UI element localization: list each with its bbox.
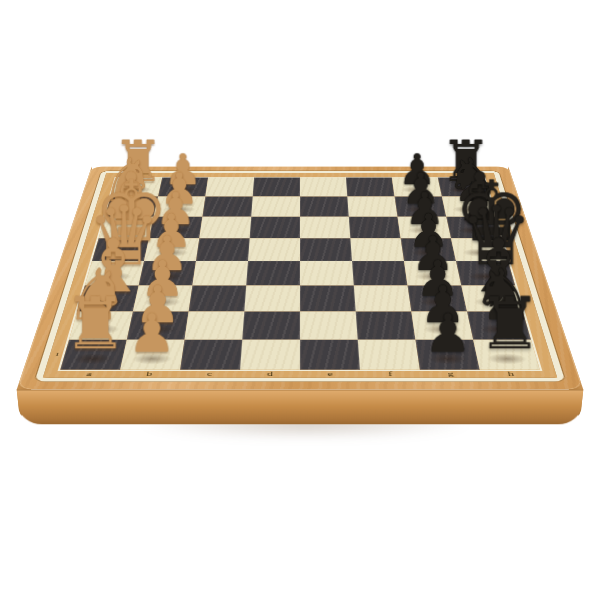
square-c4[interactable] bbox=[192, 261, 248, 285]
chess-set-photo: ♜♟♟♜♞♟♟♞♝♟♟♝♚♟♟♚♛♟♟♛♝♟♟♝♞♟♟♞♜♟♟♜ abcdefg… bbox=[0, 0, 600, 600]
square-d8[interactable] bbox=[253, 178, 300, 197]
square-e5[interactable] bbox=[300, 238, 352, 261]
square-d2[interactable] bbox=[242, 312, 300, 340]
square-e8[interactable] bbox=[300, 178, 347, 197]
square-c2[interactable] bbox=[185, 312, 245, 340]
square-c3[interactable] bbox=[189, 285, 247, 311]
square-c5[interactable] bbox=[196, 238, 250, 261]
square-f8[interactable] bbox=[346, 178, 395, 197]
square-f2[interactable] bbox=[356, 312, 416, 340]
file-labels-row: abcdefgh bbox=[58, 370, 542, 378]
file-label-h: h bbox=[480, 370, 542, 378]
black-pawn-g1[interactable]: ♟ bbox=[418, 306, 477, 360]
squares-grid: ♜♟♟♜♞♟♟♞♝♟♟♝♚♟♟♚♛♟♟♛♝♟♟♝♞♟♟♞♜♟♟♜ bbox=[60, 178, 539, 370]
square-c1[interactable] bbox=[180, 340, 242, 370]
border-band: ♜♟♟♜♞♟♟♞♝♟♟♝♚♟♟♚♛♟♟♛♝♟♟♝♞♟♟♞♜♟♟♜ abcdefg… bbox=[35, 171, 566, 382]
square-b1[interactable]: ♟ bbox=[120, 340, 184, 370]
square-c7[interactable] bbox=[202, 197, 252, 217]
square-f5[interactable] bbox=[350, 238, 404, 261]
square-d3[interactable] bbox=[244, 285, 300, 311]
square-g1[interactable]: ♟ bbox=[415, 340, 479, 370]
file-label-b: b bbox=[118, 370, 180, 378]
square-d5[interactable] bbox=[248, 238, 300, 261]
square-f7[interactable] bbox=[347, 197, 397, 217]
square-d1[interactable] bbox=[240, 340, 300, 370]
printed-margin: ♜♟♟♜♞♟♟♞♝♟♟♝♚♟♟♚♛♟♟♛♝♟♟♝♞♟♟♞♜♟♟♜ abcdefg… bbox=[43, 173, 557, 378]
square-c6[interactable] bbox=[199, 217, 251, 238]
square-e3[interactable] bbox=[300, 285, 356, 311]
square-d7[interactable] bbox=[251, 197, 300, 217]
square-h1[interactable]: ♜ bbox=[473, 340, 540, 370]
square-e4[interactable] bbox=[300, 261, 354, 285]
file-label-a: a bbox=[58, 370, 120, 378]
chess-board: ♜♟♟♜♞♟♟♞♝♟♟♝♚♟♟♚♛♟♟♛♝♟♟♝♞♟♟♞♜♟♟♜ abcdefg… bbox=[17, 166, 584, 389]
square-c8[interactable] bbox=[205, 178, 254, 197]
square-e7[interactable] bbox=[300, 197, 349, 217]
square-f4[interactable] bbox=[352, 261, 408, 285]
file-label-g: g bbox=[420, 370, 482, 378]
square-d4[interactable] bbox=[246, 261, 300, 285]
square-f6[interactable] bbox=[349, 217, 401, 238]
file-label-d: d bbox=[239, 370, 300, 378]
file-label-f: f bbox=[360, 370, 421, 378]
square-f3[interactable] bbox=[354, 285, 412, 311]
board-frame: ♜♟♟♜♞♟♟♞♝♟♟♝♚♟♟♚♛♟♟♛♝♟♟♝♞♟♟♞♜♟♟♜ abcdefg… bbox=[17, 166, 584, 389]
square-a1[interactable]: ♜ bbox=[60, 340, 127, 370]
file-label-c: c bbox=[179, 370, 240, 378]
white-pawn-b1[interactable]: ♟ bbox=[122, 306, 181, 360]
perspective-scene: ♜♟♟♜♞♟♟♞♝♟♟♝♚♟♟♚♛♟♟♛♝♟♟♝♞♟♟♞♜♟♟♜ abcdefg… bbox=[0, 0, 600, 600]
square-e6[interactable] bbox=[300, 217, 350, 238]
square-e2[interactable] bbox=[300, 312, 358, 340]
square-d6[interactable] bbox=[250, 217, 300, 238]
white-rook-a1[interactable]: ♜ bbox=[63, 288, 122, 360]
square-e1[interactable] bbox=[300, 340, 360, 370]
board-front-face bbox=[17, 390, 584, 425]
file-label-e: e bbox=[300, 370, 361, 378]
black-rook-h1[interactable]: ♜ bbox=[478, 288, 537, 360]
square-f1[interactable] bbox=[358, 340, 420, 370]
